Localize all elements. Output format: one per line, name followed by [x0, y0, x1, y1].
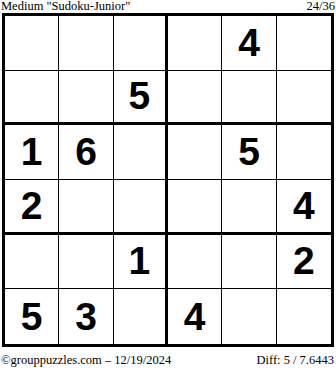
cell-r2c6-empty[interactable]	[277, 71, 331, 126]
cell-r2c5-empty[interactable]	[222, 71, 276, 126]
sudoku-grid: 451652412534	[2, 13, 334, 347]
cell-r2c3-given[interactable]: 5	[114, 71, 168, 126]
cell-r1c3-empty[interactable]	[114, 16, 168, 71]
cell-r4c3-empty[interactable]	[114, 180, 168, 235]
cell-r1c1-empty[interactable]	[5, 16, 59, 71]
footer-credit: ©grouppuzzles.com – 12/19/2024	[1, 353, 171, 367]
cell-r1c2-empty[interactable]	[59, 16, 113, 71]
cell-r2c4-empty[interactable]	[168, 71, 222, 126]
cell-r5c3-given[interactable]: 1	[114, 235, 168, 290]
cell-r5c2-empty[interactable]	[59, 235, 113, 290]
cell-r6c2-given[interactable]: 3	[59, 289, 113, 344]
cell-r3c2-given[interactable]: 6	[59, 125, 113, 180]
puzzle-counter: 24/36	[307, 0, 335, 12]
cell-r1c6-empty[interactable]	[277, 16, 331, 71]
cell-r3c5-given[interactable]: 5	[222, 125, 276, 180]
cell-r4c1-given[interactable]: 2	[5, 180, 59, 235]
cell-r5c1-empty[interactable]	[5, 235, 59, 290]
cell-r4c2-empty[interactable]	[59, 180, 113, 235]
cell-r6c6-empty[interactable]	[277, 289, 331, 344]
cell-r4c6-given[interactable]: 4	[277, 180, 331, 235]
cell-r6c4-given[interactable]: 4	[168, 289, 222, 344]
cell-r3c3-empty[interactable]	[114, 125, 168, 180]
header: Medium "Sudoku-Junior" 24/36	[1, 0, 335, 12]
footer: ©grouppuzzles.com – 12/19/2024 Diff: 5 /…	[1, 351, 334, 367]
cell-r5c4-empty[interactable]	[168, 235, 222, 290]
footer-difficulty: Diff: 5 / 7.6443	[256, 353, 334, 367]
cell-r3c6-empty[interactable]	[277, 125, 331, 180]
sudoku-page: Medium "Sudoku-Junior" 24/36 45165241253…	[0, 0, 336, 370]
cell-r2c2-empty[interactable]	[59, 71, 113, 126]
cell-r6c1-given[interactable]: 5	[5, 289, 59, 344]
page-title: Medium "Sudoku-Junior"	[1, 0, 130, 12]
cell-r1c4-empty[interactable]	[168, 16, 222, 71]
cell-r6c5-empty[interactable]	[222, 289, 276, 344]
cell-r2c1-empty[interactable]	[5, 71, 59, 126]
cell-r3c1-given[interactable]: 1	[5, 125, 59, 180]
cell-r5c6-given[interactable]: 2	[277, 235, 331, 290]
cell-r4c4-empty[interactable]	[168, 180, 222, 235]
cell-r4c5-empty[interactable]	[222, 180, 276, 235]
cell-r1c5-given[interactable]: 4	[222, 16, 276, 71]
cell-r6c3-empty[interactable]	[114, 289, 168, 344]
cell-r3c4-empty[interactable]	[168, 125, 222, 180]
cell-r5c5-empty[interactable]	[222, 235, 276, 290]
